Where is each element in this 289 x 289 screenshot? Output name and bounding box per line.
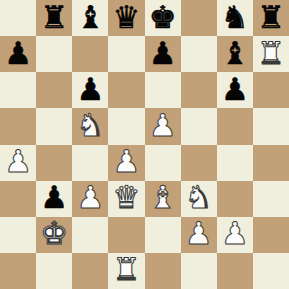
square-d6[interactable] — [108, 72, 144, 108]
piece-black-pawn[interactable]: ♟ — [76, 74, 104, 105]
piece-white-pawn[interactable]: ♟ — [113, 146, 141, 177]
square-h3[interactable] — [253, 181, 289, 217]
square-f4[interactable] — [181, 145, 217, 181]
square-e6[interactable] — [145, 72, 181, 108]
square-f1[interactable] — [181, 253, 217, 289]
piece-black-king[interactable]: ♚ — [149, 2, 177, 33]
square-e3[interactable]: ♝ — [145, 181, 181, 217]
piece-white-king[interactable]: ♚ — [40, 218, 68, 249]
square-c7[interactable] — [72, 36, 108, 72]
square-g1[interactable] — [217, 253, 253, 289]
square-g4[interactable] — [217, 145, 253, 181]
square-h4[interactable] — [253, 145, 289, 181]
square-a6[interactable] — [0, 72, 36, 108]
square-c6[interactable]: ♟ — [72, 72, 108, 108]
square-c4[interactable] — [72, 145, 108, 181]
piece-black-rook[interactable]: ♜ — [257, 2, 285, 33]
square-c5[interactable]: ♞ — [72, 108, 108, 144]
square-h6[interactable] — [253, 72, 289, 108]
page: ♜♝♛♚♞♜♟♟♝♜♟♟♞♟♟♟♟♟♛♝♞♚♟♟♜ — [0, 0, 289, 289]
square-b6[interactable] — [36, 72, 72, 108]
square-b7[interactable] — [36, 36, 72, 72]
piece-black-bishop[interactable]: ♝ — [221, 38, 249, 69]
square-d4[interactable]: ♟ — [108, 145, 144, 181]
square-g3[interactable] — [217, 181, 253, 217]
square-b2[interactable]: ♚ — [36, 217, 72, 253]
piece-white-knight[interactable]: ♞ — [185, 182, 213, 213]
square-a5[interactable] — [0, 108, 36, 144]
square-e1[interactable] — [145, 253, 181, 289]
square-d2[interactable] — [108, 217, 144, 253]
square-h5[interactable] — [253, 108, 289, 144]
square-c3[interactable]: ♟ — [72, 181, 108, 217]
square-e4[interactable] — [145, 145, 181, 181]
square-a7[interactable]: ♟ — [0, 36, 36, 72]
square-g7[interactable]: ♝ — [217, 36, 253, 72]
square-a2[interactable] — [0, 217, 36, 253]
square-d3[interactable]: ♛ — [108, 181, 144, 217]
square-g2[interactable]: ♟ — [217, 217, 253, 253]
square-b4[interactable] — [36, 145, 72, 181]
square-f7[interactable] — [181, 36, 217, 72]
square-b5[interactable] — [36, 108, 72, 144]
piece-white-pawn[interactable]: ♟ — [76, 182, 104, 213]
piece-black-bishop[interactable]: ♝ — [76, 2, 104, 33]
piece-black-pawn[interactable]: ♟ — [4, 38, 32, 69]
piece-white-pawn[interactable]: ♟ — [4, 146, 32, 177]
square-b8[interactable]: ♜ — [36, 0, 72, 36]
chess-board: ♜♝♛♚♞♜♟♟♝♜♟♟♞♟♟♟♟♟♛♝♞♚♟♟♜ — [0, 0, 289, 289]
square-e2[interactable] — [145, 217, 181, 253]
piece-black-pawn[interactable]: ♟ — [40, 182, 68, 213]
square-a4[interactable]: ♟ — [0, 145, 36, 181]
square-f6[interactable] — [181, 72, 217, 108]
square-b1[interactable] — [36, 253, 72, 289]
square-d1[interactable]: ♜ — [108, 253, 144, 289]
piece-black-rook[interactable]: ♜ — [40, 2, 68, 33]
square-d8[interactable]: ♛ — [108, 0, 144, 36]
square-e7[interactable]: ♟ — [145, 36, 181, 72]
piece-black-knight[interactable]: ♞ — [221, 2, 249, 33]
square-g6[interactable]: ♟ — [217, 72, 253, 108]
square-e5[interactable]: ♟ — [145, 108, 181, 144]
square-d5[interactable] — [108, 108, 144, 144]
square-h8[interactable]: ♜ — [253, 0, 289, 36]
square-f5[interactable] — [181, 108, 217, 144]
piece-white-pawn[interactable]: ♟ — [149, 110, 177, 141]
square-a8[interactable] — [0, 0, 36, 36]
square-h1[interactable] — [253, 253, 289, 289]
square-g5[interactable] — [217, 108, 253, 144]
square-c8[interactable]: ♝ — [72, 0, 108, 36]
square-b3[interactable]: ♟ — [36, 181, 72, 217]
piece-white-pawn[interactable]: ♟ — [185, 218, 213, 249]
piece-black-queen[interactable]: ♛ — [113, 2, 141, 33]
square-a1[interactable] — [0, 253, 36, 289]
square-a3[interactable] — [0, 181, 36, 217]
piece-white-rook[interactable]: ♜ — [257, 38, 285, 69]
square-h2[interactable] — [253, 217, 289, 253]
piece-white-pawn[interactable]: ♟ — [221, 218, 249, 249]
piece-black-pawn[interactable]: ♟ — [221, 74, 249, 105]
square-e8[interactable]: ♚ — [145, 0, 181, 36]
square-h7[interactable]: ♜ — [253, 36, 289, 72]
square-d7[interactable] — [108, 36, 144, 72]
square-f3[interactable]: ♞ — [181, 181, 217, 217]
piece-black-pawn[interactable]: ♟ — [149, 38, 177, 69]
piece-white-bishop[interactable]: ♝ — [149, 182, 177, 213]
square-f8[interactable] — [181, 0, 217, 36]
square-c1[interactable] — [72, 253, 108, 289]
piece-white-queen[interactable]: ♛ — [113, 182, 141, 213]
square-f2[interactable]: ♟ — [181, 217, 217, 253]
piece-white-rook[interactable]: ♜ — [113, 254, 141, 285]
piece-white-knight[interactable]: ♞ — [76, 110, 104, 141]
square-c2[interactable] — [72, 217, 108, 253]
square-g8[interactable]: ♞ — [217, 0, 253, 36]
